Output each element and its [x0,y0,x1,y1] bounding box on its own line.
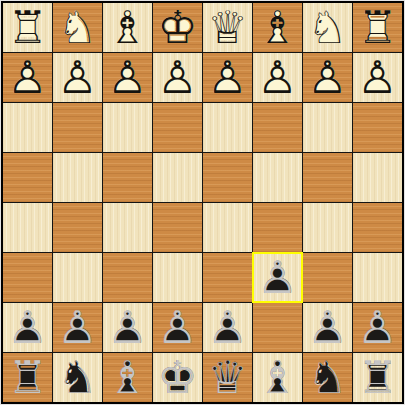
square-d4[interactable] [203,153,252,202]
square-e6[interactable] [153,253,202,302]
white-pawn[interactable]: ♟♙ [203,53,252,102]
white-king[interactable]: ♚♔ [153,3,202,52]
white-pawn[interactable]: ♟♙ [353,53,402,102]
white-knight[interactable]: ♞♘ [303,3,352,52]
square-f7[interactable]: ♟♙ [103,303,152,352]
black-pawn[interactable]: ♟♙ [103,303,152,352]
white-pawn[interactable]: ♟♙ [103,53,152,102]
square-b8[interactable]: ♞♘ [303,353,352,402]
white-bishop[interactable]: ♝♗ [253,3,302,52]
square-a4[interactable] [353,153,402,202]
square-a1[interactable]: ♜♖ [353,3,402,52]
square-g8[interactable]: ♞♘ [53,353,102,402]
square-a6[interactable] [353,253,402,302]
square-c6[interactable]: ♟♙ [253,253,302,302]
square-c1[interactable]: ♝♗ [253,3,302,52]
black-king[interactable]: ♚♔ [153,353,202,402]
square-h4[interactable] [3,153,52,202]
square-d3[interactable] [203,103,252,152]
square-b3[interactable] [303,103,352,152]
square-c8[interactable]: ♝♗ [253,353,302,402]
square-e7[interactable]: ♟♙ [153,303,202,352]
square-c3[interactable] [253,103,302,152]
square-f5[interactable] [103,203,152,252]
square-g4[interactable] [53,153,102,202]
square-g2[interactable]: ♟♙ [53,53,102,102]
black-rook[interactable]: ♜♖ [353,353,402,402]
black-knight[interactable]: ♞♘ [303,353,352,402]
white-pawn[interactable]: ♟♙ [3,53,52,102]
square-f8[interactable]: ♝♗ [103,353,152,402]
board-frame: ♜♖♞♘♝♗♚♔♛♕♝♗♞♘♜♖♟♙♟♙♟♙♟♙♟♙♟♙♟♙♟♙♟♙♟♙♟♙♟♙… [0,0,405,405]
square-g7[interactable]: ♟♙ [53,303,102,352]
square-a3[interactable] [353,103,402,152]
black-rook[interactable]: ♜♖ [3,353,52,402]
square-c2[interactable]: ♟♙ [253,53,302,102]
white-knight[interactable]: ♞♘ [53,3,102,52]
square-h2[interactable]: ♟♙ [3,53,52,102]
white-pawn[interactable]: ♟♙ [253,53,302,102]
square-e8[interactable]: ♚♔ [153,353,202,402]
square-h8[interactable]: ♜♖ [3,353,52,402]
square-a7[interactable]: ♟♙ [353,303,402,352]
black-queen[interactable]: ♛♕ [203,353,252,402]
square-c5[interactable] [253,203,302,252]
square-a5[interactable] [353,203,402,252]
white-pawn[interactable]: ♟♙ [303,53,352,102]
square-d8[interactable]: ♛♕ [203,353,252,402]
square-h1[interactable]: ♜♖ [3,3,52,52]
square-d7[interactable]: ♟♙ [203,303,252,352]
white-bishop[interactable]: ♝♗ [103,3,152,52]
square-b2[interactable]: ♟♙ [303,53,352,102]
square-c7[interactable] [253,303,302,352]
chess-board: ♜♖♞♘♝♗♚♔♛♕♝♗♞♘♜♖♟♙♟♙♟♙♟♙♟♙♟♙♟♙♟♙♟♙♟♙♟♙♟♙… [1,1,404,404]
black-pawn[interactable]: ♟♙ [253,253,302,302]
square-a8[interactable]: ♜♖ [353,353,402,402]
black-pawn[interactable]: ♟♙ [203,303,252,352]
square-f6[interactable] [103,253,152,302]
white-pawn[interactable]: ♟♙ [153,53,202,102]
square-g6[interactable] [53,253,102,302]
square-e5[interactable] [153,203,202,252]
square-d2[interactable]: ♟♙ [203,53,252,102]
black-pawn[interactable]: ♟♙ [303,303,352,352]
square-b1[interactable]: ♞♘ [303,3,352,52]
black-bishop[interactable]: ♝♗ [253,353,302,402]
black-pawn[interactable]: ♟♙ [353,303,402,352]
square-d5[interactable] [203,203,252,252]
square-d6[interactable] [203,253,252,302]
square-b7[interactable]: ♟♙ [303,303,352,352]
square-g3[interactable] [53,103,102,152]
square-b5[interactable] [303,203,352,252]
square-d1[interactable]: ♛♕ [203,3,252,52]
black-knight[interactable]: ♞♘ [53,353,102,402]
white-queen[interactable]: ♛♕ [203,3,252,52]
square-e3[interactable] [153,103,202,152]
square-b4[interactable] [303,153,352,202]
square-h5[interactable] [3,203,52,252]
square-f4[interactable] [103,153,152,202]
square-e2[interactable]: ♟♙ [153,53,202,102]
square-b6[interactable] [303,253,352,302]
square-e1[interactable]: ♚♔ [153,3,202,52]
square-a2[interactable]: ♟♙ [353,53,402,102]
square-h7[interactable]: ♟♙ [3,303,52,352]
square-e4[interactable] [153,153,202,202]
square-f1[interactable]: ♝♗ [103,3,152,52]
square-f2[interactable]: ♟♙ [103,53,152,102]
black-pawn[interactable]: ♟♙ [153,303,202,352]
square-h6[interactable] [3,253,52,302]
white-rook[interactable]: ♜♖ [3,3,52,52]
square-h3[interactable] [3,103,52,152]
black-pawn[interactable]: ♟♙ [3,303,52,352]
black-bishop[interactable]: ♝♗ [103,353,152,402]
square-c4[interactable] [253,153,302,202]
square-g1[interactable]: ♞♘ [53,3,102,52]
black-pawn[interactable]: ♟♙ [53,303,102,352]
square-g5[interactable] [53,203,102,252]
square-f3[interactable] [103,103,152,152]
white-pawn[interactable]: ♟♙ [53,53,102,102]
white-rook[interactable]: ♜♖ [353,3,402,52]
